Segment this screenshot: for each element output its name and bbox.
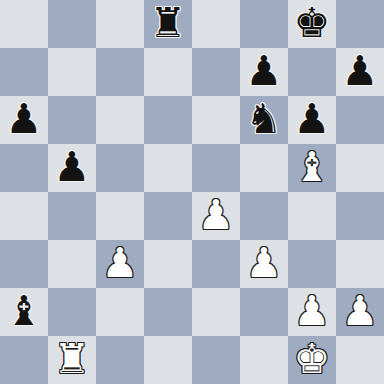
square-d7[interactable]: [144, 48, 192, 96]
square-e6[interactable]: [192, 96, 240, 144]
square-b7[interactable]: [48, 48, 96, 96]
square-a7[interactable]: [0, 48, 48, 96]
square-e3[interactable]: [192, 240, 240, 288]
square-f3[interactable]: ♟: [240, 240, 288, 288]
square-c5[interactable]: [96, 144, 144, 192]
square-e7[interactable]: [192, 48, 240, 96]
square-h8[interactable]: [336, 0, 384, 48]
square-b6[interactable]: [48, 96, 96, 144]
piece-white-pawn[interactable]: ♟: [246, 240, 283, 287]
square-d5[interactable]: [144, 144, 192, 192]
square-a6[interactable]: ♟: [0, 96, 48, 144]
square-d3[interactable]: [144, 240, 192, 288]
square-c2[interactable]: [96, 288, 144, 336]
square-d1[interactable]: [144, 336, 192, 384]
square-f6[interactable]: ♞: [240, 96, 288, 144]
piece-white-pawn[interactable]: ♟: [342, 288, 379, 335]
piece-black-bishop[interactable]: ♝: [6, 288, 43, 335]
square-f8[interactable]: [240, 0, 288, 48]
piece-black-pawn[interactable]: ♟: [294, 96, 331, 143]
piece-black-rook[interactable]: ♜: [150, 0, 187, 47]
square-g5[interactable]: ♝: [288, 144, 336, 192]
square-g8[interactable]: ♚: [288, 0, 336, 48]
square-b3[interactable]: [48, 240, 96, 288]
square-d2[interactable]: [144, 288, 192, 336]
square-b8[interactable]: [48, 0, 96, 48]
piece-black-pawn[interactable]: ♟: [342, 48, 379, 95]
square-c4[interactable]: [96, 192, 144, 240]
square-g6[interactable]: ♟: [288, 96, 336, 144]
square-c1[interactable]: [96, 336, 144, 384]
square-g7[interactable]: [288, 48, 336, 96]
piece-black-king[interactable]: ♚: [294, 0, 331, 47]
square-f2[interactable]: [240, 288, 288, 336]
square-g1[interactable]: ♚: [288, 336, 336, 384]
square-g4[interactable]: [288, 192, 336, 240]
piece-black-pawn[interactable]: ♟: [54, 144, 91, 191]
piece-black-pawn[interactable]: ♟: [246, 48, 283, 95]
square-h2[interactable]: ♟: [336, 288, 384, 336]
square-c8[interactable]: [96, 0, 144, 48]
square-a2[interactable]: ♝: [0, 288, 48, 336]
square-h1[interactable]: [336, 336, 384, 384]
square-d4[interactable]: [144, 192, 192, 240]
square-b2[interactable]: [48, 288, 96, 336]
square-e5[interactable]: [192, 144, 240, 192]
square-e8[interactable]: [192, 0, 240, 48]
square-d6[interactable]: [144, 96, 192, 144]
square-h4[interactable]: [336, 192, 384, 240]
piece-black-knight[interactable]: ♞: [246, 96, 283, 143]
square-h5[interactable]: [336, 144, 384, 192]
square-h3[interactable]: [336, 240, 384, 288]
square-a3[interactable]: [0, 240, 48, 288]
square-d8[interactable]: ♜: [144, 0, 192, 48]
square-f1[interactable]: [240, 336, 288, 384]
square-e4[interactable]: ♟: [192, 192, 240, 240]
square-f5[interactable]: [240, 144, 288, 192]
square-a4[interactable]: [0, 192, 48, 240]
square-h6[interactable]: [336, 96, 384, 144]
square-g3[interactable]: [288, 240, 336, 288]
square-f7[interactable]: ♟: [240, 48, 288, 96]
piece-white-rook[interactable]: ♜: [54, 336, 91, 383]
square-g2[interactable]: ♟: [288, 288, 336, 336]
piece-black-pawn[interactable]: ♟: [6, 96, 43, 143]
square-c6[interactable]: [96, 96, 144, 144]
square-a5[interactable]: [0, 144, 48, 192]
square-b1[interactable]: ♜: [48, 336, 96, 384]
square-f4[interactable]: [240, 192, 288, 240]
piece-white-pawn[interactable]: ♟: [198, 192, 235, 239]
square-a8[interactable]: [0, 0, 48, 48]
piece-white-bishop[interactable]: ♝: [294, 144, 331, 191]
piece-white-pawn[interactable]: ♟: [294, 288, 331, 335]
square-b5[interactable]: ♟: [48, 144, 96, 192]
square-c3[interactable]: ♟: [96, 240, 144, 288]
chess-board: ♜♚♟♟♟♞♟♟♝♟♟♟♝♟♟♜♚: [0, 0, 384, 384]
square-a1[interactable]: [0, 336, 48, 384]
square-h7[interactable]: ♟: [336, 48, 384, 96]
square-b4[interactable]: [48, 192, 96, 240]
square-e2[interactable]: [192, 288, 240, 336]
piece-white-pawn[interactable]: ♟: [102, 240, 139, 287]
piece-white-king[interactable]: ♚: [294, 336, 331, 383]
square-e1[interactable]: [192, 336, 240, 384]
square-c7[interactable]: [96, 48, 144, 96]
